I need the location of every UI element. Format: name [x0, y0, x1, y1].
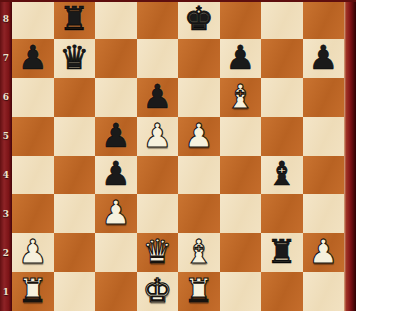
square-a1[interactable]: ♜: [12, 272, 54, 311]
square-d4[interactable]: [137, 156, 179, 195]
piece-black-rook-g2[interactable]: ♜: [267, 235, 297, 268]
square-e5[interactable]: ♟: [178, 117, 220, 156]
piece-white-bishop-e2[interactable]: ♝: [184, 235, 214, 268]
square-b6[interactable]: [54, 78, 96, 117]
square-e4[interactable]: [178, 156, 220, 195]
piece-white-queen-d2[interactable]: ♛: [142, 235, 172, 268]
square-c7[interactable]: [95, 39, 137, 78]
piece-white-pawn-e5[interactable]: ♟: [184, 119, 214, 152]
piece-white-pawn-h2[interactable]: ♟: [308, 235, 338, 268]
square-a4[interactable]: [12, 156, 54, 195]
square-e6[interactable]: [178, 78, 220, 117]
piece-white-rook-e1[interactable]: ♜: [184, 274, 214, 307]
square-h4[interactable]: [303, 156, 345, 195]
square-h5[interactable]: [303, 117, 345, 156]
square-c6[interactable]: [95, 78, 137, 117]
chessboard: ♜♚♟♛♟♟♟♝♟♟♟♟♝♟♟♛♝♜♟♜♚♜: [12, 0, 344, 311]
rank-label-5: 5: [0, 117, 12, 156]
square-c2[interactable]: [95, 233, 137, 272]
square-g6[interactable]: [261, 78, 303, 117]
square-d8[interactable]: [137, 0, 179, 39]
piece-white-pawn-d5[interactable]: ♟: [142, 119, 172, 152]
square-g3[interactable]: [261, 194, 303, 233]
piece-black-pawn-f7[interactable]: ♟: [225, 41, 255, 74]
rank-label-1: 1: [0, 272, 12, 311]
rank-label-7: 7: [0, 39, 12, 78]
square-h2[interactable]: ♟: [303, 233, 345, 272]
square-h7[interactable]: ♟: [303, 39, 345, 78]
square-d3[interactable]: [137, 194, 179, 233]
board-frame-top: [0, 0, 356, 2]
square-h3[interactable]: [303, 194, 345, 233]
chess-diagram: 87654321 ♜♚♟♛♟♟♟♝♟♟♟♟♝♟♟♛♝♜♟♜♚♜: [0, 0, 414, 311]
piece-white-rook-a1[interactable]: ♜: [18, 274, 48, 307]
square-c1[interactable]: [95, 272, 137, 311]
piece-white-pawn-a2[interactable]: ♟: [18, 235, 48, 268]
square-d5[interactable]: ♟: [137, 117, 179, 156]
background-gap: [356, 0, 414, 311]
square-c4[interactable]: ♟: [95, 156, 137, 195]
square-b1[interactable]: [54, 272, 96, 311]
piece-black-rook-b8[interactable]: ♜: [59, 2, 89, 35]
board-frame-right: [344, 0, 356, 311]
square-e2[interactable]: ♝: [178, 233, 220, 272]
piece-black-pawn-c5[interactable]: ♟: [101, 119, 131, 152]
square-g5[interactable]: [261, 117, 303, 156]
square-b7[interactable]: ♛: [54, 39, 96, 78]
square-f3[interactable]: [220, 194, 262, 233]
square-h1[interactable]: [303, 272, 345, 311]
square-b4[interactable]: [54, 156, 96, 195]
square-f1[interactable]: [220, 272, 262, 311]
square-e1[interactable]: ♜: [178, 272, 220, 311]
square-a2[interactable]: ♟: [12, 233, 54, 272]
rank-label-4: 4: [0, 156, 12, 195]
square-g2[interactable]: ♜: [261, 233, 303, 272]
square-b8[interactable]: ♜: [54, 0, 96, 39]
square-b3[interactable]: [54, 194, 96, 233]
rank-label-2: 2: [0, 233, 12, 272]
square-h8[interactable]: [303, 0, 345, 39]
square-f4[interactable]: [220, 156, 262, 195]
rank-label-3: 3: [0, 194, 12, 233]
piece-black-pawn-d6[interactable]: ♟: [142, 80, 172, 113]
square-d7[interactable]: [137, 39, 179, 78]
square-g7[interactable]: [261, 39, 303, 78]
piece-white-pawn-c3[interactable]: ♟: [101, 196, 131, 229]
rank-label-8: 8: [0, 0, 12, 39]
square-c3[interactable]: ♟: [95, 194, 137, 233]
square-f5[interactable]: [220, 117, 262, 156]
square-d2[interactable]: ♛: [137, 233, 179, 272]
square-a7[interactable]: ♟: [12, 39, 54, 78]
square-g1[interactable]: [261, 272, 303, 311]
rank-label-6: 6: [0, 78, 12, 117]
square-e3[interactable]: [178, 194, 220, 233]
piece-white-king-d1[interactable]: ♚: [142, 274, 172, 307]
square-g8[interactable]: [261, 0, 303, 39]
square-e7[interactable]: [178, 39, 220, 78]
piece-white-bishop-f6[interactable]: ♝: [225, 80, 255, 113]
square-c5[interactable]: ♟: [95, 117, 137, 156]
piece-black-pawn-h7[interactable]: ♟: [308, 41, 338, 74]
square-a6[interactable]: [12, 78, 54, 117]
square-h6[interactable]: [303, 78, 345, 117]
square-a3[interactable]: [12, 194, 54, 233]
piece-black-king-e8[interactable]: ♚: [184, 2, 214, 35]
square-g4[interactable]: ♝: [261, 156, 303, 195]
square-f7[interactable]: ♟: [220, 39, 262, 78]
piece-black-pawn-a7[interactable]: ♟: [18, 41, 48, 74]
board-frame-left: 87654321: [0, 0, 12, 311]
piece-black-bishop-g4[interactable]: ♝: [267, 157, 297, 190]
square-b5[interactable]: [54, 117, 96, 156]
square-d6[interactable]: ♟: [137, 78, 179, 117]
square-c8[interactable]: [95, 0, 137, 39]
piece-black-pawn-c4[interactable]: ♟: [101, 157, 131, 190]
piece-black-queen-b7[interactable]: ♛: [59, 41, 89, 74]
square-d1[interactable]: ♚: [137, 272, 179, 311]
square-a5[interactable]: [12, 117, 54, 156]
square-b2[interactable]: [54, 233, 96, 272]
square-f6[interactable]: ♝: [220, 78, 262, 117]
square-f8[interactable]: [220, 0, 262, 39]
square-e8[interactable]: ♚: [178, 0, 220, 39]
square-a8[interactable]: [12, 0, 54, 39]
square-f2[interactable]: [220, 233, 262, 272]
